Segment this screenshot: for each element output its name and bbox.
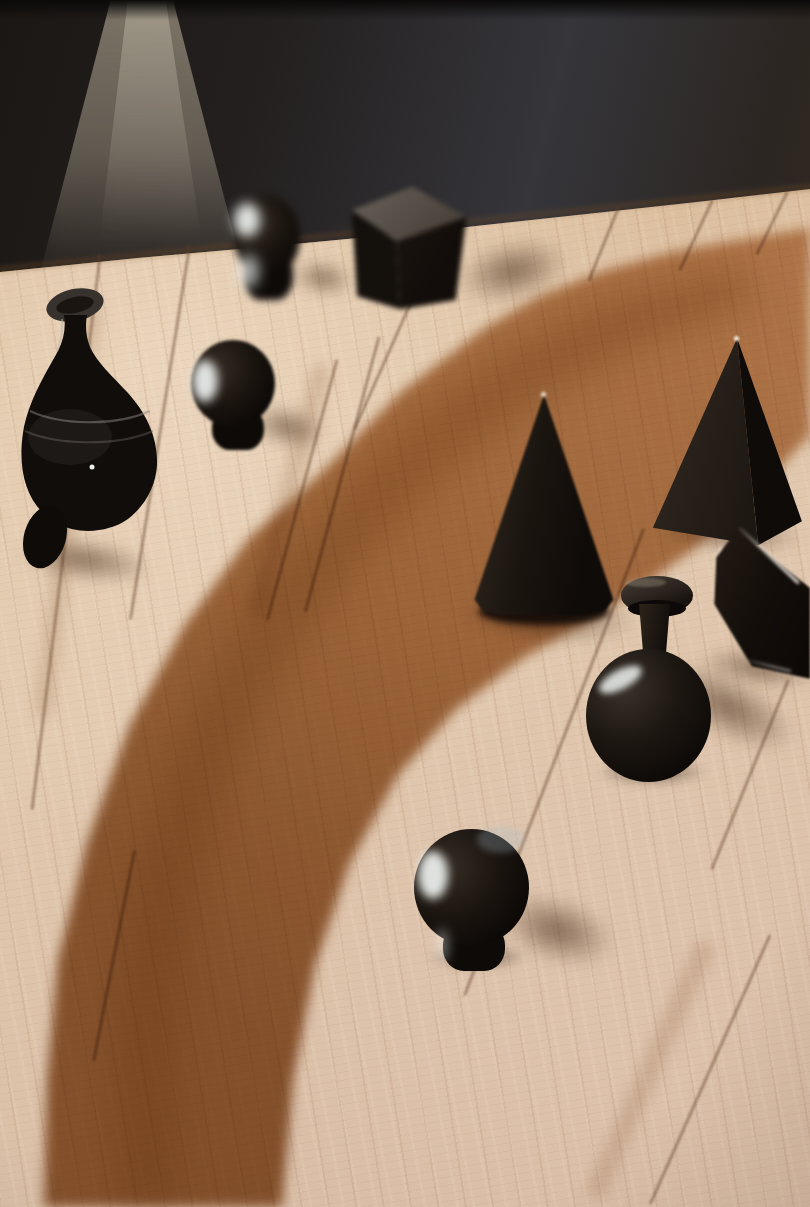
- black-rook-cube-near: [706, 506, 810, 684]
- pawn-highlight: [192, 360, 218, 402]
- black-pawn-sphere-middle: [188, 336, 288, 454]
- flask-body: [586, 649, 711, 782]
- pyramid-tip-highlight: [734, 336, 739, 341]
- flask-cap-highlight: [625, 578, 665, 587]
- black-bishop-flask: [585, 572, 715, 786]
- cone-tip-highlight: [541, 392, 546, 397]
- pawn-rim-light: [477, 826, 526, 853]
- black-knight-scroll: [12, 285, 162, 580]
- knight-disc-sheen: [28, 409, 112, 465]
- black-pawn-sphere-near: [410, 824, 538, 974]
- pawn-highlight: [234, 203, 261, 237]
- cube-silhouette: [706, 506, 810, 684]
- pawn-highlight: [418, 851, 449, 899]
- photo-scene: [0, 0, 810, 1207]
- black-rook-cube-far: [345, 180, 480, 312]
- pawn-highlight: [237, 255, 259, 289]
- knight-highlight-dot: [90, 465, 95, 470]
- black-pawn-sphere-far: [232, 192, 310, 304]
